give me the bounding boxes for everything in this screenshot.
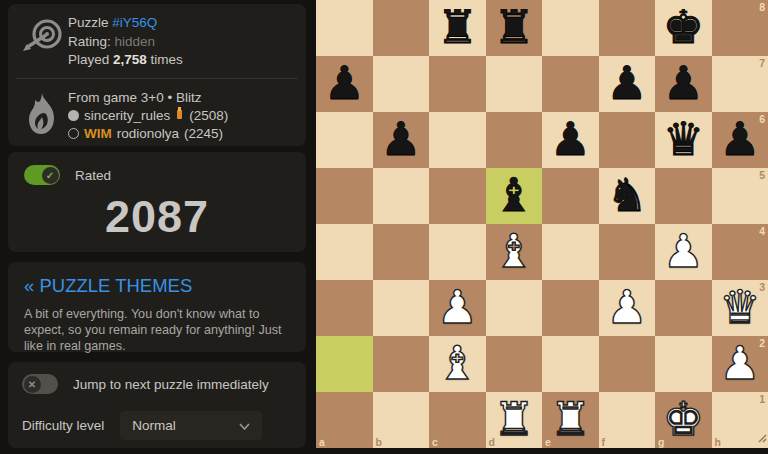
played-count: 2,758 xyxy=(113,52,147,67)
played-suffix: times xyxy=(151,52,183,67)
difficulty-value: Normal xyxy=(132,418,176,433)
puzzle-themes-panel: « PUZZLE THEMES A bit of everything. You… xyxy=(8,262,306,352)
square-d2[interactable] xyxy=(486,336,543,392)
puzzle-rating-line: Rating: hidden xyxy=(68,33,296,52)
black-rook[interactable]: ♜ xyxy=(486,0,543,56)
square-a7[interactable]: ♟ xyxy=(316,56,373,112)
square-e5[interactable] xyxy=(542,168,599,224)
white-player-name[interactable]: sincerity_rules xyxy=(84,107,170,125)
black-king[interactable]: ♚ xyxy=(655,0,712,56)
square-b4[interactable] xyxy=(373,224,430,280)
square-g5[interactable] xyxy=(655,168,712,224)
puzzle-meta-row: Puzzle #iY56Q Rating: hidden Played 2,75… xyxy=(8,4,306,78)
square-h5[interactable]: 5 xyxy=(712,168,768,224)
square-d5[interactable]: ♝ xyxy=(486,168,543,224)
puzzle-page: { "game": "chess", "position": { "fen": … xyxy=(0,0,768,454)
file-label-f: f xyxy=(602,436,606,448)
jump-next-label: Jump to next puzzle immediately xyxy=(73,377,269,392)
square-g3[interactable] xyxy=(655,280,712,336)
file-label-d: d xyxy=(489,436,495,448)
chevron-down-icon xyxy=(239,418,250,433)
black-queen[interactable]: ♛ xyxy=(655,112,712,168)
rank-label-5: 5 xyxy=(759,169,765,181)
square-g1[interactable]: ♚g xyxy=(655,392,712,448)
white-player-rating: (2508) xyxy=(189,107,228,125)
square-c5[interactable] xyxy=(429,168,486,224)
white-pawn[interactable]: ♟ xyxy=(655,224,712,280)
flame-icon xyxy=(16,89,68,143)
square-c8[interactable]: ♜ xyxy=(429,0,486,56)
square-h8[interactable]: 8 xyxy=(712,0,768,56)
rank-label-4: 4 xyxy=(759,225,765,237)
square-a8[interactable] xyxy=(316,0,373,56)
square-f6[interactable] xyxy=(599,112,656,168)
square-f7[interactable]: ♟ xyxy=(599,56,656,112)
square-f5[interactable]: ♞ xyxy=(599,168,656,224)
square-h7[interactable]: 7 xyxy=(712,56,768,112)
black-player-title: WIM xyxy=(84,125,112,143)
square-d8[interactable]: ♜ xyxy=(486,0,543,56)
file-label-c: c xyxy=(432,436,438,448)
square-f2[interactable] xyxy=(599,336,656,392)
black-player-rating: (2245) xyxy=(184,125,223,143)
square-g4[interactable]: ♟ xyxy=(655,224,712,280)
square-e1[interactable]: ♜e xyxy=(542,392,599,448)
rank-label-1: 1 xyxy=(759,393,765,405)
rank-label-2: 2 xyxy=(759,337,765,349)
puzzle-played-line: Played 2,758 times xyxy=(68,51,296,70)
rated-toggle[interactable]: ✓ xyxy=(24,165,60,185)
square-a6[interactable] xyxy=(316,112,373,168)
square-h3[interactable]: ♛3 xyxy=(712,280,768,336)
black-pawn[interactable]: ♟ xyxy=(373,112,430,168)
square-a4[interactable] xyxy=(316,224,373,280)
square-d3[interactable] xyxy=(486,280,543,336)
square-a3[interactable] xyxy=(316,280,373,336)
square-c3[interactable]: ♟ xyxy=(429,280,486,336)
rank-label-8: 8 xyxy=(759,1,765,13)
rank-label-7: 7 xyxy=(759,57,765,69)
black-pawn[interactable]: ♟ xyxy=(599,56,656,112)
rating-value: hidden xyxy=(115,34,156,49)
square-d7[interactable] xyxy=(486,56,543,112)
square-b8[interactable] xyxy=(373,0,430,56)
black-pawn[interactable]: ♟ xyxy=(542,112,599,168)
square-b3[interactable] xyxy=(373,280,430,336)
square-g8[interactable]: ♚ xyxy=(655,0,712,56)
square-h2[interactable]: ♟2 xyxy=(712,336,768,392)
user-puzzle-rating: 2087 xyxy=(24,191,290,243)
rank-label-6: 6 xyxy=(759,113,765,125)
played-label: Played xyxy=(68,52,109,67)
black-player-line: WIM rodionolya (2245) xyxy=(68,125,296,143)
square-e6[interactable]: ♟ xyxy=(542,112,599,168)
square-a1[interactable]: a xyxy=(316,392,373,448)
puzzle-info-panel: Puzzle #iY56Q Rating: hidden Played 2,75… xyxy=(8,4,306,146)
puzzle-themes-link[interactable]: « PUZZLE THEMES xyxy=(24,275,290,297)
square-c7[interactable] xyxy=(429,56,486,112)
square-h1[interactable]: 1h xyxy=(712,392,768,448)
square-c1[interactable]: c xyxy=(429,392,486,448)
square-f1[interactable]: f xyxy=(599,392,656,448)
black-color-icon xyxy=(68,128,79,139)
file-label-a: a xyxy=(319,436,325,448)
square-d4[interactable]: ♝ xyxy=(486,224,543,280)
player-flair-icon xyxy=(175,107,184,125)
puzzle-label: Puzzle xyxy=(68,15,109,30)
square-g7[interactable]: ♟ xyxy=(655,56,712,112)
white-bishop[interactable]: ♝ xyxy=(429,336,486,392)
square-f8[interactable] xyxy=(599,0,656,56)
white-bishop[interactable]: ♝ xyxy=(486,224,543,280)
game-source-row: From game 3+0 • Blitz sincerity_rules (2… xyxy=(8,79,306,151)
square-f4[interactable] xyxy=(599,224,656,280)
white-pawn[interactable]: ♟ xyxy=(429,280,486,336)
square-a2[interactable] xyxy=(316,336,373,392)
board-resize-handle[interactable] xyxy=(757,429,767,447)
black-rook[interactable]: ♜ xyxy=(429,0,486,56)
square-g2[interactable] xyxy=(655,336,712,392)
square-c2[interactable]: ♝ xyxy=(429,336,486,392)
white-color-icon xyxy=(68,110,79,121)
black-bishop[interactable]: ♝ xyxy=(486,168,543,224)
difficulty-select[interactable]: Normal xyxy=(120,411,262,440)
black-pawn[interactable]: ♟ xyxy=(316,56,373,112)
square-b1[interactable]: b xyxy=(373,392,430,448)
black-player-name[interactable]: rodionolya xyxy=(117,125,179,143)
square-d1[interactable]: ♜d xyxy=(486,392,543,448)
square-a5[interactable] xyxy=(316,168,373,224)
rated-label: Rated xyxy=(75,168,111,183)
difficulty-label: Difficulty level xyxy=(22,418,104,433)
square-b7[interactable] xyxy=(373,56,430,112)
jump-toggle-x-icon: ✕ xyxy=(24,376,41,393)
square-e2[interactable] xyxy=(542,336,599,392)
white-player-line: sincerity_rules (2508) xyxy=(68,107,296,125)
black-knight[interactable]: ♞ xyxy=(599,168,656,224)
square-c4[interactable] xyxy=(429,224,486,280)
square-b6[interactable]: ♟ xyxy=(373,112,430,168)
square-d6[interactable] xyxy=(486,112,543,168)
game-source-heading: From game 3+0 • Blitz xyxy=(68,89,296,108)
jump-next-toggle[interactable]: ✕ xyxy=(22,374,58,394)
rating-label: Rating: xyxy=(68,34,111,49)
settings-panel: ✕ Jump to next puzzle immediately Diffic… xyxy=(8,362,306,448)
square-e3[interactable] xyxy=(542,280,599,336)
puzzle-themes-description: A bit of everything. You don't know what… xyxy=(24,306,290,354)
chess-board[interactable]: ♜♜♚8♟♟♟7♟♟♛♟6♝♞5♝♟4♟♟♛3♝♟2abc♜d♜ef♚g1h xyxy=(316,0,768,448)
square-b5[interactable] xyxy=(373,168,430,224)
square-e4[interactable] xyxy=(542,224,599,280)
square-h4[interactable]: 4 xyxy=(712,224,768,280)
rank-label-3: 3 xyxy=(759,281,765,293)
file-label-g: g xyxy=(658,436,664,448)
file-label-e: e xyxy=(545,436,551,448)
square-e8[interactable] xyxy=(542,0,599,56)
square-f3[interactable]: ♟ xyxy=(599,280,656,336)
white-pawn[interactable]: ♟ xyxy=(599,280,656,336)
square-b2[interactable] xyxy=(373,336,430,392)
target-icon xyxy=(16,14,68,70)
puzzle-id-line: Puzzle #iY56Q xyxy=(68,14,296,33)
square-c6[interactable] xyxy=(429,112,486,168)
square-h6[interactable]: ♟6 xyxy=(712,112,768,168)
square-e7[interactable] xyxy=(542,56,599,112)
file-label-h: h xyxy=(715,436,721,448)
file-label-b: b xyxy=(376,436,382,448)
black-pawn[interactable]: ♟ xyxy=(655,56,712,112)
rated-panel: ✓ Rated 2087 xyxy=(8,152,306,252)
puzzle-id-link[interactable]: #iY56Q xyxy=(112,15,157,30)
square-g6[interactable]: ♛ xyxy=(655,112,712,168)
rated-toggle-check-icon: ✓ xyxy=(42,167,59,184)
